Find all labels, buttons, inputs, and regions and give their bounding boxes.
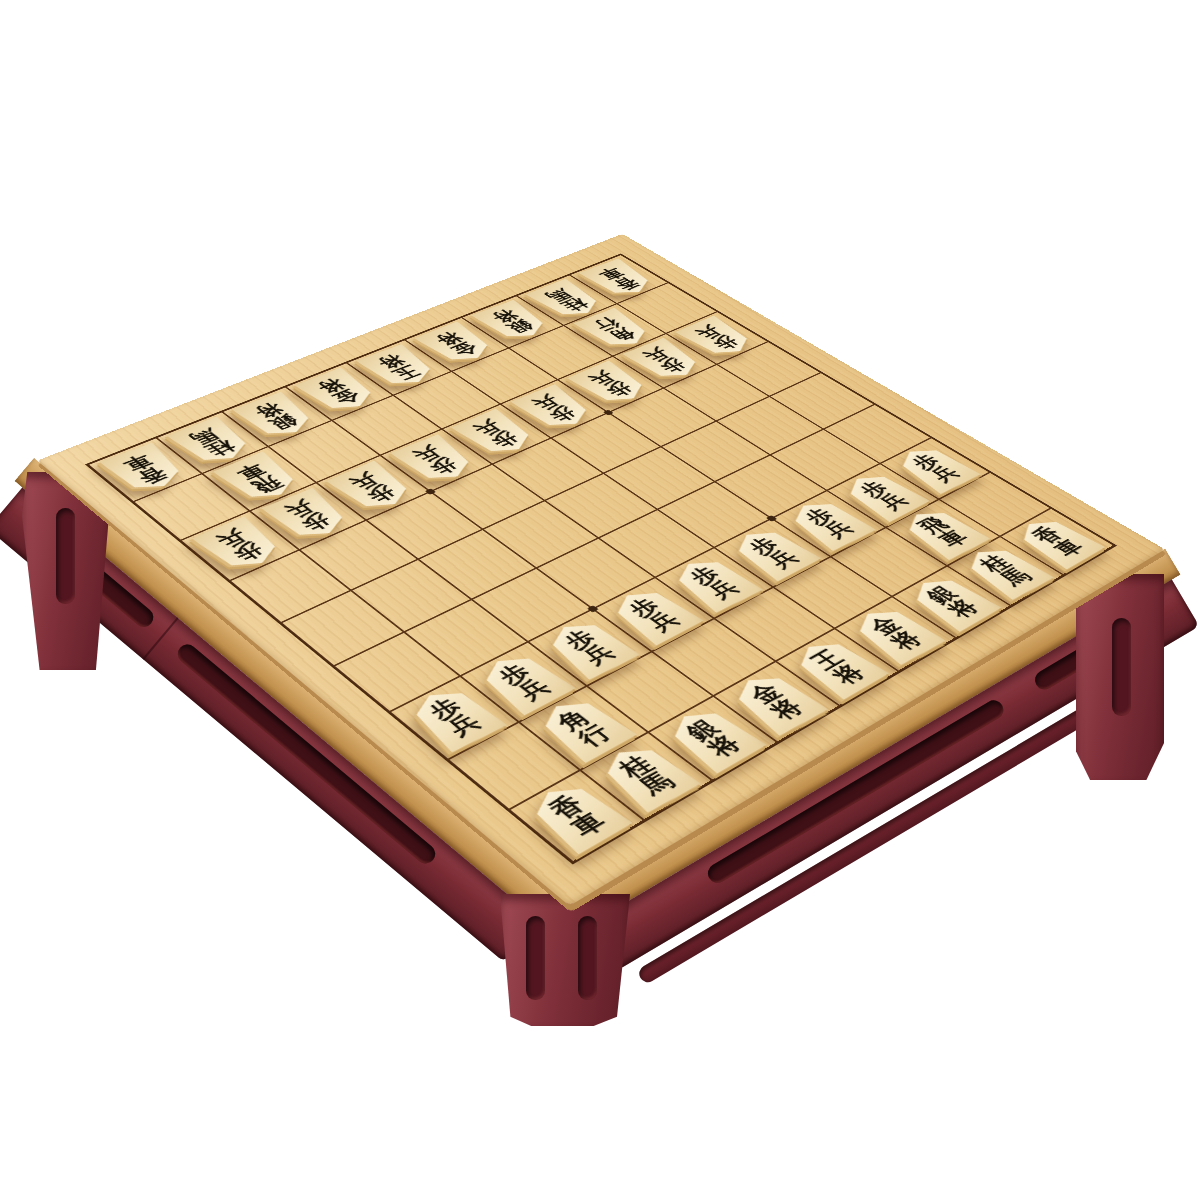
base-leg-south: [500, 894, 630, 1026]
piece-kanji: 馬: [996, 566, 1035, 589]
board-surface: 香車桂馬銀将金将玉将金将銀将桂馬香車飛車角行歩兵歩兵歩兵歩兵歩兵歩兵歩兵歩兵歩兵…: [37, 234, 1165, 906]
leg-slot: [56, 508, 75, 604]
shogi-board: 香車桂馬銀将金将玉将金将銀将桂馬香車飛車角行歩兵歩兵歩兵歩兵歩兵歩兵歩兵歩兵歩兵…: [37, 234, 1165, 906]
leg-slot: [526, 916, 545, 1000]
piece-kanji: 車: [934, 527, 972, 549]
piece-kanji: 兵: [819, 518, 857, 540]
base-leg-east: [1076, 574, 1164, 780]
piece-kanji: 兵: [926, 464, 963, 485]
piece-kanji: 兵: [704, 577, 744, 601]
leg-slot: [1112, 618, 1131, 716]
piece-kanji: 将: [886, 628, 927, 653]
shogi-set-photo: 香車桂馬銀将金将玉将金将銀将桂馬香車飛車角行歩兵歩兵歩兵歩兵歩兵歩兵歩兵歩兵歩兵…: [0, 0, 1200, 1200]
leg-slot: [578, 916, 597, 1000]
